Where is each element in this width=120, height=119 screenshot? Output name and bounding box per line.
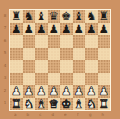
file-label-c: c bbox=[34, 113, 47, 117]
square-h2[interactable]: ♟ bbox=[98, 85, 111, 98]
square-e8[interactable]: ♚ bbox=[60, 10, 73, 23]
square-h4[interactable] bbox=[98, 60, 111, 73]
square-h1[interactable]: ♜ bbox=[98, 98, 111, 111]
square-g7[interactable]: ♟ bbox=[85, 23, 98, 36]
square-c5[interactable] bbox=[35, 48, 48, 61]
square-g2[interactable]: ♟ bbox=[85, 85, 98, 98]
square-g5[interactable] bbox=[85, 48, 98, 61]
file-label-b: b bbox=[22, 113, 35, 117]
square-c1[interactable]: ♝ bbox=[35, 98, 48, 111]
square-e6[interactable] bbox=[60, 35, 73, 48]
square-b7[interactable]: ♟ bbox=[23, 23, 36, 36]
file-label-d: d bbox=[47, 113, 60, 117]
piece-black-queen[interactable]: ♛ bbox=[49, 10, 59, 22]
square-e4[interactable] bbox=[60, 60, 73, 73]
piece-white-pawn[interactable]: ♟ bbox=[74, 85, 84, 97]
square-h6[interactable] bbox=[98, 35, 111, 48]
square-b1[interactable]: ♞ bbox=[23, 98, 36, 111]
square-c3[interactable] bbox=[35, 73, 48, 86]
piece-black-pawn[interactable]: ♟ bbox=[86, 23, 96, 35]
square-b5[interactable] bbox=[23, 48, 36, 61]
square-g4[interactable] bbox=[85, 60, 98, 73]
square-f6[interactable] bbox=[73, 35, 86, 48]
file-label-e: e bbox=[59, 113, 72, 117]
piece-black-pawn[interactable]: ♟ bbox=[36, 23, 46, 35]
square-e2[interactable]: ♟ bbox=[60, 85, 73, 98]
piece-black-knight[interactable]: ♞ bbox=[86, 10, 96, 22]
square-a7[interactable]: ♟ bbox=[10, 23, 23, 36]
square-d6[interactable] bbox=[48, 35, 61, 48]
square-a4[interactable] bbox=[10, 60, 23, 73]
square-b6[interactable] bbox=[23, 35, 36, 48]
piece-white-rook[interactable]: ♜ bbox=[99, 98, 109, 110]
piece-white-pawn[interactable]: ♟ bbox=[99, 85, 109, 97]
square-h7[interactable]: ♟ bbox=[98, 23, 111, 36]
square-e1[interactable]: ♚ bbox=[60, 98, 73, 111]
piece-white-knight[interactable]: ♞ bbox=[86, 98, 96, 110]
square-c2[interactable]: ♟ bbox=[35, 85, 48, 98]
file-label-g: g bbox=[84, 113, 97, 117]
piece-white-rook[interactable]: ♜ bbox=[11, 98, 21, 110]
piece-white-pawn[interactable]: ♟ bbox=[36, 85, 46, 97]
piece-white-pawn[interactable]: ♟ bbox=[86, 85, 96, 97]
square-f3[interactable] bbox=[73, 73, 86, 86]
file-label-f: f bbox=[72, 113, 85, 117]
piece-white-pawn[interactable]: ♟ bbox=[61, 85, 71, 97]
square-d1[interactable]: ♛ bbox=[48, 98, 61, 111]
piece-white-bishop[interactable]: ♝ bbox=[36, 98, 46, 110]
square-c7[interactable]: ♟ bbox=[35, 23, 48, 36]
rank-label-5: 5 bbox=[3, 51, 7, 55]
piece-black-pawn[interactable]: ♟ bbox=[61, 23, 71, 35]
piece-black-pawn[interactable]: ♟ bbox=[99, 23, 109, 35]
piece-black-king[interactable]: ♚ bbox=[61, 10, 71, 22]
piece-white-bishop[interactable]: ♝ bbox=[74, 98, 84, 110]
piece-black-bishop[interactable]: ♝ bbox=[36, 10, 46, 22]
piece-black-bishop[interactable]: ♝ bbox=[74, 10, 84, 22]
square-c4[interactable] bbox=[35, 60, 48, 73]
square-a5[interactable] bbox=[10, 48, 23, 61]
square-h8[interactable]: ♜ bbox=[98, 10, 111, 23]
square-h3[interactable] bbox=[98, 73, 111, 86]
piece-black-rook[interactable]: ♜ bbox=[11, 10, 21, 22]
square-g1[interactable]: ♞ bbox=[85, 98, 98, 111]
piece-black-pawn[interactable]: ♟ bbox=[24, 23, 34, 35]
piece-white-knight[interactable]: ♞ bbox=[24, 98, 34, 110]
square-d7[interactable]: ♟ bbox=[48, 23, 61, 36]
piece-white-queen[interactable]: ♛ bbox=[49, 98, 59, 110]
square-d8[interactable]: ♛ bbox=[48, 10, 61, 23]
piece-black-pawn[interactable]: ♟ bbox=[11, 23, 21, 35]
square-e5[interactable] bbox=[60, 48, 73, 61]
square-d4[interactable] bbox=[48, 60, 61, 73]
piece-white-pawn[interactable]: ♟ bbox=[11, 85, 21, 97]
square-b3[interactable] bbox=[23, 73, 36, 86]
square-b4[interactable] bbox=[23, 60, 36, 73]
rank-label-8: 8 bbox=[3, 14, 7, 18]
square-c6[interactable] bbox=[35, 35, 48, 48]
square-a6[interactable] bbox=[10, 35, 23, 48]
rank-label-4: 4 bbox=[3, 64, 7, 68]
square-e7[interactable]: ♟ bbox=[60, 23, 73, 36]
square-f8[interactable]: ♝ bbox=[73, 10, 86, 23]
square-f2[interactable]: ♟ bbox=[73, 85, 86, 98]
square-d3[interactable] bbox=[48, 73, 61, 86]
square-c8[interactable]: ♝ bbox=[35, 10, 48, 23]
piece-black-pawn[interactable]: ♟ bbox=[74, 23, 84, 35]
square-g8[interactable]: ♞ bbox=[85, 10, 98, 23]
rank-label-2: 2 bbox=[3, 89, 7, 93]
square-d5[interactable] bbox=[48, 48, 61, 61]
square-f7[interactable]: ♟ bbox=[73, 23, 86, 36]
square-f5[interactable] bbox=[73, 48, 86, 61]
square-a1[interactable]: ♜ bbox=[10, 98, 23, 111]
file-label-h: h bbox=[97, 113, 110, 117]
square-a8[interactable]: ♜ bbox=[10, 10, 23, 23]
square-b8[interactable]: ♞ bbox=[23, 10, 36, 23]
square-a2[interactable]: ♟ bbox=[10, 85, 23, 98]
file-label-a: a bbox=[9, 113, 22, 117]
square-d2[interactable]: ♟ bbox=[48, 85, 61, 98]
square-f4[interactable] bbox=[73, 60, 86, 73]
rank-label-1: 1 bbox=[3, 101, 7, 105]
piece-white-pawn[interactable]: ♟ bbox=[24, 85, 34, 97]
piece-black-rook[interactable]: ♜ bbox=[99, 10, 109, 22]
square-e3[interactable] bbox=[60, 73, 73, 86]
piece-black-knight[interactable]: ♞ bbox=[24, 10, 34, 22]
square-f1[interactable]: ♝ bbox=[73, 98, 86, 111]
piece-white-pawn[interactable]: ♟ bbox=[49, 85, 59, 97]
chess-board: ♜♞♝♛♚♝♞♜♟♟♟♟♟♟♟♟♟♟♟♟♟♟♟♟♜♞♝♛♚♝♞♜ bbox=[9, 9, 111, 111]
square-g6[interactable] bbox=[85, 35, 98, 48]
chess-board-frame: ♜♞♝♛♚♝♞♜♟♟♟♟♟♟♟♟♟♟♟♟♟♟♟♟♜♞♝♛♚♝♞♜ 8765432… bbox=[0, 0, 120, 119]
rank-label-6: 6 bbox=[3, 39, 7, 43]
rank-label-3: 3 bbox=[3, 76, 7, 80]
piece-white-king[interactable]: ♚ bbox=[61, 98, 71, 110]
square-g3[interactable] bbox=[85, 73, 98, 86]
square-h5[interactable] bbox=[98, 48, 111, 61]
square-b2[interactable]: ♟ bbox=[23, 85, 36, 98]
rank-label-7: 7 bbox=[3, 26, 7, 30]
square-a3[interactable] bbox=[10, 73, 23, 86]
piece-black-pawn[interactable]: ♟ bbox=[49, 23, 59, 35]
